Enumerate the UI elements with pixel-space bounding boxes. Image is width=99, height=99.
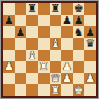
square-f6[interactable] [61, 26, 73, 38]
square-f7[interactable]: ♟ [61, 15, 73, 27]
square-c3[interactable] [26, 61, 38, 73]
square-e5[interactable]: ♝ [50, 38, 62, 50]
square-g8[interactable]: ♚ [73, 3, 85, 15]
square-b2[interactable] [15, 73, 27, 85]
square-d2[interactable] [38, 73, 50, 85]
piece-black-pawn: ♟ [4, 15, 14, 26]
square-d1[interactable] [38, 84, 50, 96]
square-c6[interactable] [26, 26, 38, 38]
square-e3[interactable] [50, 61, 62, 73]
piece-white-queen: ♛ [50, 73, 60, 84]
square-g4[interactable] [73, 50, 85, 62]
square-g2[interactable] [73, 73, 85, 85]
square-a3[interactable]: ♟ [3, 61, 15, 73]
piece-white-pawn: ♟ [4, 61, 14, 72]
piece-white-pawn: ♟ [85, 73, 95, 84]
square-f4[interactable] [61, 50, 73, 62]
square-b5[interactable] [15, 38, 27, 50]
square-h3[interactable] [84, 61, 96, 73]
square-d7[interactable] [38, 15, 50, 27]
square-e1[interactable]: ♜ [50, 84, 62, 96]
piece-black-king: ♚ [74, 3, 84, 14]
square-g1[interactable]: ♚ [73, 84, 85, 96]
square-c5[interactable] [26, 38, 38, 50]
square-d8[interactable] [38, 3, 50, 15]
square-h8[interactable] [84, 3, 96, 15]
square-a2[interactable] [3, 73, 15, 85]
chess-board: ♜♜♚♟♟♟♟♞♟♝♛♝♟♜♟♛♟♟♜♚ [3, 3, 96, 96]
square-h4[interactable] [84, 50, 96, 62]
piece-white-rook: ♜ [39, 61, 49, 72]
piece-white-rook: ♜ [50, 84, 60, 95]
square-a1[interactable] [3, 84, 15, 96]
piece-black-pawn: ♟ [16, 26, 26, 37]
square-d4[interactable] [38, 50, 50, 62]
square-f1[interactable] [61, 84, 73, 96]
square-c2[interactable] [26, 73, 38, 85]
square-h1[interactable] [84, 84, 96, 96]
square-h6[interactable]: ♟ [84, 26, 96, 38]
square-b6[interactable]: ♟ [15, 26, 27, 38]
square-e7[interactable] [50, 15, 62, 27]
piece-black-pawn: ♟ [62, 15, 72, 26]
square-b4[interactable] [15, 50, 27, 62]
square-g6[interactable]: ♞ [73, 26, 85, 38]
piece-black-pawn: ♟ [74, 15, 84, 26]
square-e2[interactable]: ♛ [50, 73, 62, 85]
square-c7[interactable] [26, 15, 38, 27]
square-h2[interactable]: ♟ [84, 73, 96, 85]
piece-black-queen: ♛ [85, 38, 95, 49]
square-f3[interactable]: ♟ [61, 61, 73, 73]
square-e6[interactable] [50, 26, 62, 38]
square-b1[interactable] [15, 84, 27, 96]
square-h5[interactable]: ♛ [84, 38, 96, 50]
square-e4[interactable] [50, 50, 62, 62]
square-g5[interactable] [73, 38, 85, 50]
piece-white-king: ♚ [74, 84, 84, 95]
square-g7[interactable]: ♟ [73, 15, 85, 27]
piece-white-bishop: ♝ [50, 38, 60, 49]
piece-black-rook: ♜ [27, 3, 37, 14]
square-b3[interactable] [15, 61, 27, 73]
square-a5[interactable] [3, 38, 15, 50]
square-f5[interactable] [61, 38, 73, 50]
square-d5[interactable] [38, 38, 50, 50]
square-h7[interactable] [84, 15, 96, 27]
square-d3[interactable]: ♜ [38, 61, 50, 73]
square-c4[interactable]: ♝ [26, 50, 38, 62]
square-a7[interactable]: ♟ [3, 15, 15, 27]
square-b8[interactable] [15, 3, 27, 15]
piece-black-rook: ♜ [50, 3, 60, 14]
square-a6[interactable] [3, 26, 15, 38]
square-g3[interactable] [73, 61, 85, 73]
square-e8[interactable]: ♜ [50, 3, 62, 15]
square-f2[interactable]: ♟ [61, 73, 73, 85]
piece-white-pawn: ♟ [62, 73, 72, 84]
square-c1[interactable] [26, 84, 38, 96]
square-a8[interactable] [3, 3, 15, 15]
piece-black-pawn: ♟ [85, 26, 95, 37]
piece-black-knight: ♞ [74, 26, 84, 37]
chess-board-frame: ♜♜♚♟♟♟♟♞♟♝♛♝♟♜♟♛♟♟♜♚ [0, 0, 99, 99]
square-b7[interactable] [15, 15, 27, 27]
piece-white-pawn: ♟ [62, 61, 72, 72]
piece-white-bishop: ♝ [27, 50, 37, 61]
square-d6[interactable] [38, 26, 50, 38]
square-f8[interactable] [61, 3, 73, 15]
square-c8[interactable]: ♜ [26, 3, 38, 15]
square-a4[interactable] [3, 50, 15, 62]
